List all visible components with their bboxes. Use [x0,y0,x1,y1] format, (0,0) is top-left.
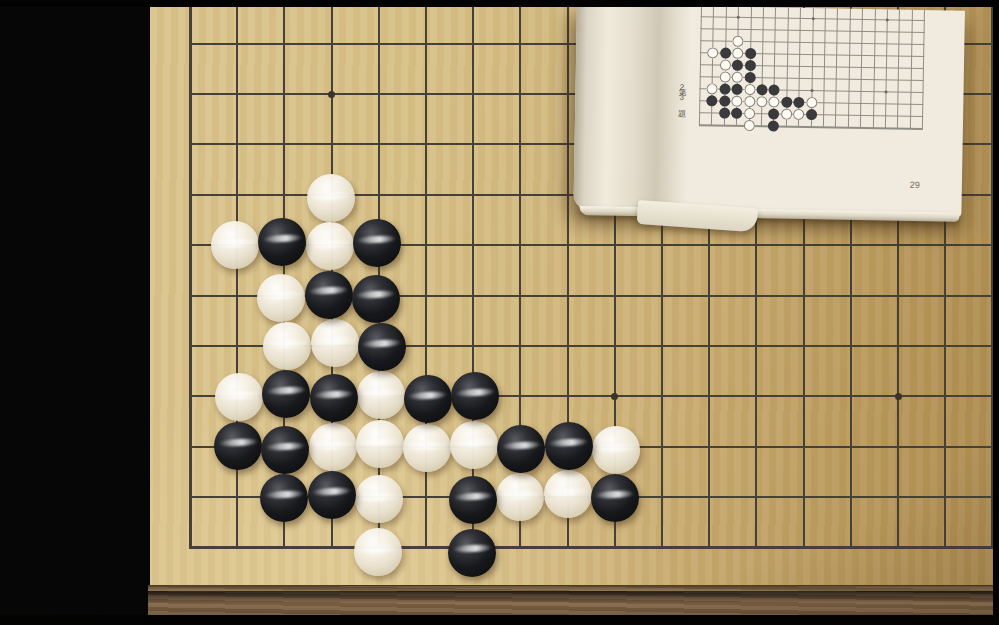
white-stone [354,528,402,576]
diagram-white-stone [781,109,792,120]
letterbox-right [993,0,999,625]
black-stone [358,323,406,371]
black-stone [353,219,401,267]
diagram-line-vertical [711,6,714,125]
diagram-black-stone [707,95,718,106]
white-stone [403,424,451,472]
diagram-star-point [886,18,889,21]
black-stone [262,370,310,418]
diagram-line-vertical [885,9,888,128]
star-point [611,393,618,400]
diagram-white-stone [744,96,755,107]
diagram-line-vertical [897,10,900,129]
black-stone [404,375,452,423]
white-stone [355,475,403,523]
diagram-white-stone [732,36,743,47]
book-left-page [573,4,691,212]
diagram-black-stone [744,72,755,83]
diagram-line-vertical [835,9,838,128]
problem-book: 第23題 29 [573,4,965,217]
diagram-black-stone [781,97,792,108]
diagram-black-stone [719,83,730,94]
video-frame: 第23題 29 [0,0,999,625]
diagram-black-stone [756,84,767,95]
white-stone [306,222,354,270]
diagram-black-stone [719,107,730,118]
black-stone [308,471,356,519]
letterbox-top [0,0,999,7]
diagram-white-stone [743,120,754,131]
black-stone [448,529,496,577]
diagram-line-vertical [872,9,875,128]
book-diagram [695,6,929,132]
diagram-star-point [737,16,740,19]
diagram-white-stone [732,72,743,83]
grid-line-horizontal [189,546,999,549]
diagram-line-vertical [860,9,863,128]
diagram-line-vertical [761,7,764,126]
white-stone [309,423,357,471]
diagram-star-point [810,89,813,92]
diagram-black-stone [732,84,743,95]
diagram-star-point [811,17,814,20]
problem-caption: 第23題 [675,82,686,104]
white-stone [357,371,405,419]
diagram-black-stone [769,84,780,95]
diagram-black-stone [744,60,755,71]
black-stone [261,426,309,474]
star-point [895,393,902,400]
white-stone [257,274,305,322]
diagram-black-stone [719,95,730,106]
diagram-star-point [884,90,887,93]
white-stone [450,421,498,469]
diagram-line-vertical [910,10,913,129]
diagram-white-stone [719,71,730,82]
white-stone [592,426,640,474]
black-stone [258,218,306,266]
diagram-white-stone [744,84,755,95]
diagram-white-stone [793,109,804,120]
diagram-white-stone [731,96,742,107]
black-stone [591,474,639,522]
diagram-white-stone [806,97,817,108]
diagram-white-stone [720,60,731,71]
grid-line-vertical [189,7,192,549]
diagram-black-stone [745,48,756,59]
diagram-line-vertical [699,6,702,125]
diagram-black-stone [768,120,779,131]
diagram-line-vertical [848,9,851,128]
white-stone [496,473,544,521]
diagram-line-vertical [922,10,925,129]
diagram-white-stone [744,108,755,119]
letterbox-bottom [0,615,999,625]
diagram-white-stone [707,83,718,94]
white-stone [544,470,592,518]
white-stone [356,420,404,468]
page-number: 29 [910,180,920,190]
diagram-black-stone [793,97,804,108]
diagram-black-stone [768,108,779,119]
black-stone [451,372,499,420]
black-stone [545,422,593,470]
black-stone [260,474,308,522]
white-stone [263,322,311,370]
white-stone [307,174,355,222]
star-point [328,91,335,98]
diagram-black-stone [806,109,817,120]
black-stone [352,275,400,323]
diagram-white-stone [756,96,767,107]
diagram-white-stone [707,47,718,58]
white-stone [215,373,263,421]
white-stone [311,319,359,367]
board-front-edge [148,585,999,615]
black-stone [305,271,353,319]
black-stone [214,422,262,470]
diagram-white-stone [769,96,780,107]
white-stone [211,221,259,269]
diagram-black-stone [731,108,742,119]
diagram-line-vertical [823,8,826,127]
black-stone [449,476,497,524]
diagram-white-stone [732,48,743,59]
black-stone [497,425,545,473]
diagram-black-stone [720,48,731,59]
diagram-black-stone [732,60,743,71]
black-stone [310,374,358,422]
